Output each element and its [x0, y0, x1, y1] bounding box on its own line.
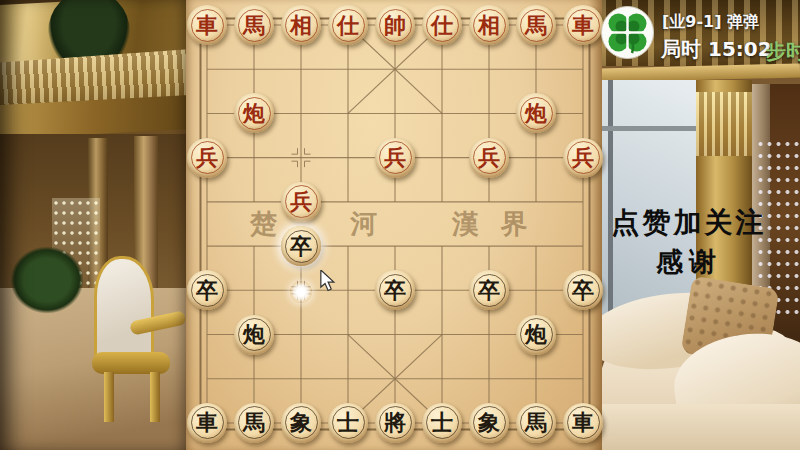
piece-red-馬[interactable]: 馬: [234, 5, 274, 45]
gold-chair-leg: [150, 372, 160, 422]
piece-red-兵[interactable]: 兵: [187, 138, 227, 178]
piece-ring: [238, 318, 271, 351]
step-time-label: 步时: [766, 38, 800, 65]
piece-ring: [473, 406, 506, 439]
piece-red-兵[interactable]: 兵: [281, 182, 321, 222]
piece-black-將[interactable]: 將: [375, 403, 415, 443]
piece-ring: [379, 141, 412, 174]
piece-ring: [567, 274, 600, 307]
xiangqi-board[interactable]: 楚 河 漢 界 車馬相仕帥仕相馬車炮炮兵兵兵兵兵卒卒卒卒卒炮炮車馬象士將士象馬車: [186, 0, 602, 450]
piece-ring: [567, 9, 600, 42]
pilaster-capital: [696, 92, 752, 156]
caption-overlay: 点赞加关注 感谢: [600, 204, 778, 280]
couch-front: [600, 404, 800, 450]
piece-black-卒[interactable]: 卒: [375, 270, 415, 310]
piece-ring: [238, 97, 271, 130]
gold-chair-leg: [104, 372, 114, 422]
board-grid[interactable]: 車馬相仕帥仕相馬車炮炮兵兵兵兵兵卒卒卒卒卒炮炮車馬象士將士象馬車: [184, 3, 607, 445]
player-tag: [业9-1] 弹弹: [662, 12, 759, 33]
mouse-cursor: [320, 270, 336, 292]
piece-black-卒[interactable]: 卒: [281, 226, 321, 266]
piece-ring: [567, 141, 600, 174]
piece-red-仕[interactable]: 仕: [328, 5, 368, 45]
piece-ring: [379, 406, 412, 439]
piece-ring: [191, 274, 224, 307]
piece-red-兵[interactable]: 兵: [375, 138, 415, 178]
piece-ring: [285, 406, 318, 439]
gold-chair-back: [94, 256, 154, 364]
move-origin-marker: [290, 281, 312, 303]
piece-black-炮[interactable]: 炮: [516, 315, 556, 355]
piece-black-卒[interactable]: 卒: [469, 270, 509, 310]
piece-red-兵[interactable]: 兵: [563, 138, 603, 178]
gold-cornice: [0, 49, 186, 109]
gold-chair-seat: [92, 352, 170, 374]
piece-ring: [191, 9, 224, 42]
piece-ring: [520, 318, 553, 351]
piece-ring: [567, 406, 600, 439]
caption-line1: 点赞加关注: [600, 204, 778, 242]
piece-ring: [285, 230, 318, 263]
piece-ring: [191, 141, 224, 174]
window-frame: [600, 126, 696, 131]
piece-red-馬[interactable]: 馬: [516, 5, 556, 45]
piece-black-車[interactable]: 車: [563, 403, 603, 443]
gold-beam-lower: [0, 95, 186, 139]
piece-ring: [285, 9, 318, 42]
piece-ring: [473, 141, 506, 174]
game-time: 局时 15:02: [661, 36, 772, 63]
gold-ceiling-beam: [0, 0, 186, 63]
piece-ring: [238, 406, 271, 439]
piece-red-帥[interactable]: 帥: [375, 5, 415, 45]
piece-red-炮[interactable]: 炮: [516, 93, 556, 133]
piece-ring: [520, 9, 553, 42]
piece-black-炮[interactable]: 炮: [234, 315, 274, 355]
glass-cabinet: [52, 198, 100, 290]
ceiling-plant: [48, 0, 130, 74]
room-photo-left: [0, 0, 186, 450]
piece-black-象[interactable]: 象: [281, 403, 321, 443]
piece-black-象[interactable]: 象: [469, 403, 509, 443]
piece-black-車[interactable]: 車: [187, 403, 227, 443]
piece-ring: [379, 274, 412, 307]
piece-black-馬[interactable]: 馬: [234, 403, 274, 443]
piece-ring: [238, 9, 271, 42]
marble-floor: [0, 288, 186, 450]
piece-ring: [285, 185, 318, 218]
piece-ring: [520, 406, 553, 439]
piece-red-炮[interactable]: 炮: [234, 93, 274, 133]
piece-black-卒[interactable]: 卒: [187, 270, 227, 310]
piece-ring: [191, 406, 224, 439]
piece-red-相[interactable]: 相: [469, 5, 509, 45]
piece-black-馬[interactable]: 馬: [516, 403, 556, 443]
piece-black-卒[interactable]: 卒: [563, 270, 603, 310]
wall: [0, 134, 186, 298]
piece-ring: [473, 274, 506, 307]
streamer-avatar four-leaf-clover-icon[interactable]: [601, 6, 654, 59]
gold-chair-arm: [129, 310, 186, 335]
piece-ring: [426, 406, 459, 439]
marble-column: [88, 138, 108, 298]
potted-plant: [10, 246, 84, 314]
piece-red-車[interactable]: 車: [563, 5, 603, 45]
piece-ring: [426, 9, 459, 42]
piece-red-車[interactable]: 車: [187, 5, 227, 45]
piece-ring: [332, 9, 365, 42]
piece-black-士[interactable]: 士: [422, 403, 462, 443]
piece-red-相[interactable]: 相: [281, 5, 321, 45]
piece-red-兵[interactable]: 兵: [469, 138, 509, 178]
piece-ring: [520, 97, 553, 130]
piece-black-士[interactable]: 士: [328, 403, 368, 443]
marble-column: [134, 136, 158, 300]
piece-ring: [332, 406, 365, 439]
piece-red-仕[interactable]: 仕: [422, 5, 462, 45]
piece-ring: [473, 9, 506, 42]
piece-ring: [379, 9, 412, 42]
caption-line2: 感谢: [600, 244, 778, 280]
